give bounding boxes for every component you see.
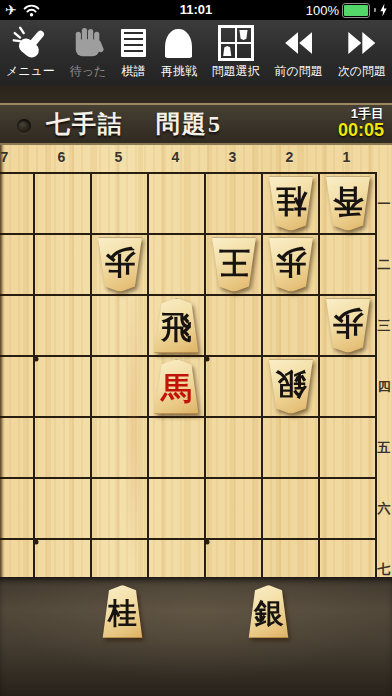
board-cell-1-6[interactable] [320, 479, 377, 540]
board-cell-2-4[interactable]: 銀 [263, 357, 320, 418]
problem-number: 問題5 [156, 108, 222, 140]
piece-歩[interactable]: 歩 [95, 237, 145, 292]
toolbar: メニュー 待った 棋譜 再挑戦 [0, 20, 392, 85]
board-cell-5-1[interactable] [92, 174, 149, 235]
battery-percent: 100% [306, 3, 339, 18]
file-label-5: 5 [115, 149, 123, 165]
board-cell-1-4[interactable] [320, 357, 377, 418]
board-cell-4-3[interactable]: 飛 [149, 296, 206, 357]
board-cell-4-4[interactable]: 馬 [149, 357, 206, 418]
board-cell-7-6[interactable] [0, 479, 35, 540]
board-cell-4-7[interactable] [149, 540, 206, 577]
prev-problem-button[interactable]: 前の問題 [275, 25, 323, 85]
board-cell-1-1[interactable]: 香 [320, 174, 377, 235]
header-band: 七手詰 問題5 1手目 00:05 [0, 85, 392, 145]
undo-button[interactable]: 待った [70, 25, 107, 85]
problem-header: 七手詰 問題5 1手目 00:05 [0, 103, 392, 145]
file-label-6: 6 [58, 149, 66, 165]
piece-glyph: 歩 [332, 308, 363, 339]
board-cell-3-2[interactable]: 王 [206, 235, 263, 296]
piece-glyph: 馬 [161, 373, 192, 404]
rank-label-3: 三 [378, 317, 391, 335]
board-cell-6-4[interactable] [35, 357, 92, 418]
board-cell-4-1[interactable] [149, 174, 206, 235]
board-cell-4-2[interactable] [149, 235, 206, 296]
star-point [205, 540, 210, 545]
board-cell-2-6[interactable] [263, 479, 320, 540]
app-screen: ✈ 11:01 100% [0, 0, 392, 696]
move-counter: 1手目 [338, 107, 384, 121]
hand-slot[interactable]: 銀 [246, 585, 291, 638]
board-cell-1-2[interactable] [320, 235, 377, 296]
board-cell-6-6[interactable] [35, 479, 92, 540]
board-cell-4-5[interactable] [149, 418, 206, 479]
header-right: 1手目 00:05 [338, 107, 384, 141]
piece-glyph: 桂 [108, 599, 137, 628]
piece-王[interactable]: 王 [209, 237, 259, 292]
problem-title: 七手詰 問題5 [46, 105, 222, 143]
board-cell-1-5[interactable] [320, 418, 377, 479]
board-cell-2-7[interactable] [263, 540, 320, 577]
piece-glyph: 銀 [275, 369, 306, 400]
piece-glyph: 歩 [104, 247, 135, 278]
board-cell-3-1[interactable] [206, 174, 263, 235]
retry-button[interactable]: 再挑戦 [161, 25, 197, 85]
piece-桂[interactable]: 桂 [266, 176, 316, 231]
timer: 00:05 [338, 121, 384, 141]
board-cell-6-3[interactable] [35, 296, 92, 357]
piece-銀[interactable]: 銀 [266, 359, 316, 414]
board-cell-6-1[interactable] [35, 174, 92, 235]
piece-glyph: 王 [218, 247, 249, 278]
piece-飛[interactable]: 飛 [152, 298, 202, 353]
next-problem-button[interactable]: 次の問題 [338, 25, 386, 85]
board-cell-3-4[interactable] [206, 357, 263, 418]
board-cell-7-4[interactable] [0, 357, 35, 418]
board-cell-2-1[interactable]: 桂 [263, 174, 320, 235]
problem-select-label: 問題選択 [212, 63, 260, 80]
board-cell-5-3[interactable] [92, 296, 149, 357]
rank-label-5: 五 [378, 439, 391, 457]
board-cell-5-7[interactable] [92, 540, 149, 577]
hand-piece-銀[interactable]: 銀 [246, 585, 291, 638]
star-point [34, 540, 39, 545]
retry-label: 再挑戦 [161, 63, 197, 80]
next-problem-label: 次の問題 [338, 63, 386, 80]
piece-歩[interactable]: 歩 [323, 298, 373, 353]
piece-silhouette-icon [165, 25, 192, 61]
board-cell-2-3[interactable] [263, 296, 320, 357]
board-cell-5-5[interactable] [92, 418, 149, 479]
piece-glyph: 飛 [161, 312, 192, 343]
board-cell-7-3[interactable] [0, 296, 35, 357]
piece-glyph: 銀 [254, 599, 283, 628]
board-cell-5-4[interactable] [92, 357, 149, 418]
board-panel: 7654321 一二三四五六七 桂香歩王歩飛歩馬銀 [0, 145, 392, 577]
file-label-3: 3 [229, 149, 237, 165]
double-right-arrow-icon [348, 25, 375, 61]
prev-problem-label: 前の問題 [275, 63, 323, 80]
record-sheet-icon [121, 25, 146, 61]
raised-hand-icon [72, 25, 104, 61]
file-label-2: 2 [286, 149, 294, 165]
board-cell-7-5[interactable] [0, 418, 35, 479]
star-point [205, 357, 210, 362]
board-cell-3-7[interactable] [206, 540, 263, 577]
hand-slot[interactable]: 桂 [100, 585, 145, 638]
menu-label: メニュー [6, 63, 55, 80]
board-cell-2-5[interactable] [263, 418, 320, 479]
board-cell-6-2[interactable] [35, 235, 92, 296]
rank-label-6: 六 [378, 500, 391, 518]
hand-area: 桂銀 [0, 577, 392, 696]
board-cell-1-3[interactable]: 歩 [320, 296, 377, 357]
star-point [34, 357, 39, 362]
charging-bolt-icon [379, 4, 388, 17]
tap-hand-icon [12, 25, 48, 61]
rank-label-2: 二 [378, 256, 391, 274]
board-cell-7-1[interactable] [0, 174, 35, 235]
file-label-7: 7 [1, 149, 9, 165]
board-cell-1-7[interactable] [320, 540, 377, 577]
board-cell-7-2[interactable] [0, 235, 35, 296]
piece-glyph: 香 [332, 186, 363, 217]
battery-nub [374, 8, 376, 12]
rank-label-1: 一 [378, 195, 391, 213]
problem-select-button[interactable]: 問題選択 [212, 25, 260, 85]
undo-label: 待った [70, 63, 107, 80]
board-grid-icon [218, 25, 254, 61]
rank-label-4: 四 [378, 378, 391, 396]
game-record-button[interactable]: 棋譜 [121, 25, 146, 85]
double-left-arrow-icon [285, 25, 312, 61]
shogi-board: 桂香歩王歩飛歩馬銀 [0, 172, 377, 577]
board-cell-5-6[interactable] [92, 479, 149, 540]
piece-香[interactable]: 香 [323, 176, 373, 231]
hand-piece-桂[interactable]: 桂 [100, 585, 145, 638]
board-cell-6-7[interactable] [35, 540, 92, 577]
board-cell-4-6[interactable] [149, 479, 206, 540]
battery-icon [342, 3, 370, 18]
menu-button[interactable]: メニュー [6, 25, 55, 85]
file-label-1: 1 [343, 149, 351, 165]
board-cell-3-6[interactable] [206, 479, 263, 540]
file-label-4: 4 [172, 149, 180, 165]
board-cell-6-5[interactable] [35, 418, 92, 479]
rank-label-7: 七 [378, 561, 391, 578]
problem-type: 七手詰 [46, 108, 124, 140]
piece-glyph: 歩 [275, 247, 306, 278]
board-cell-3-3[interactable] [206, 296, 263, 357]
status-dot [17, 119, 31, 133]
game-record-label: 棋譜 [122, 63, 146, 80]
piece-馬[interactable]: 馬 [152, 359, 202, 414]
board-cell-2-2[interactable]: 歩 [263, 235, 320, 296]
board-cell-5-2[interactable]: 歩 [92, 235, 149, 296]
board-cell-7-7[interactable] [0, 540, 35, 577]
status-right: 100% [306, 0, 388, 20]
status-bar: ✈ 11:01 100% [0, 0, 392, 20]
board-cell-3-5[interactable] [206, 418, 263, 479]
piece-歩[interactable]: 歩 [266, 237, 316, 292]
piece-glyph: 桂 [275, 186, 306, 217]
